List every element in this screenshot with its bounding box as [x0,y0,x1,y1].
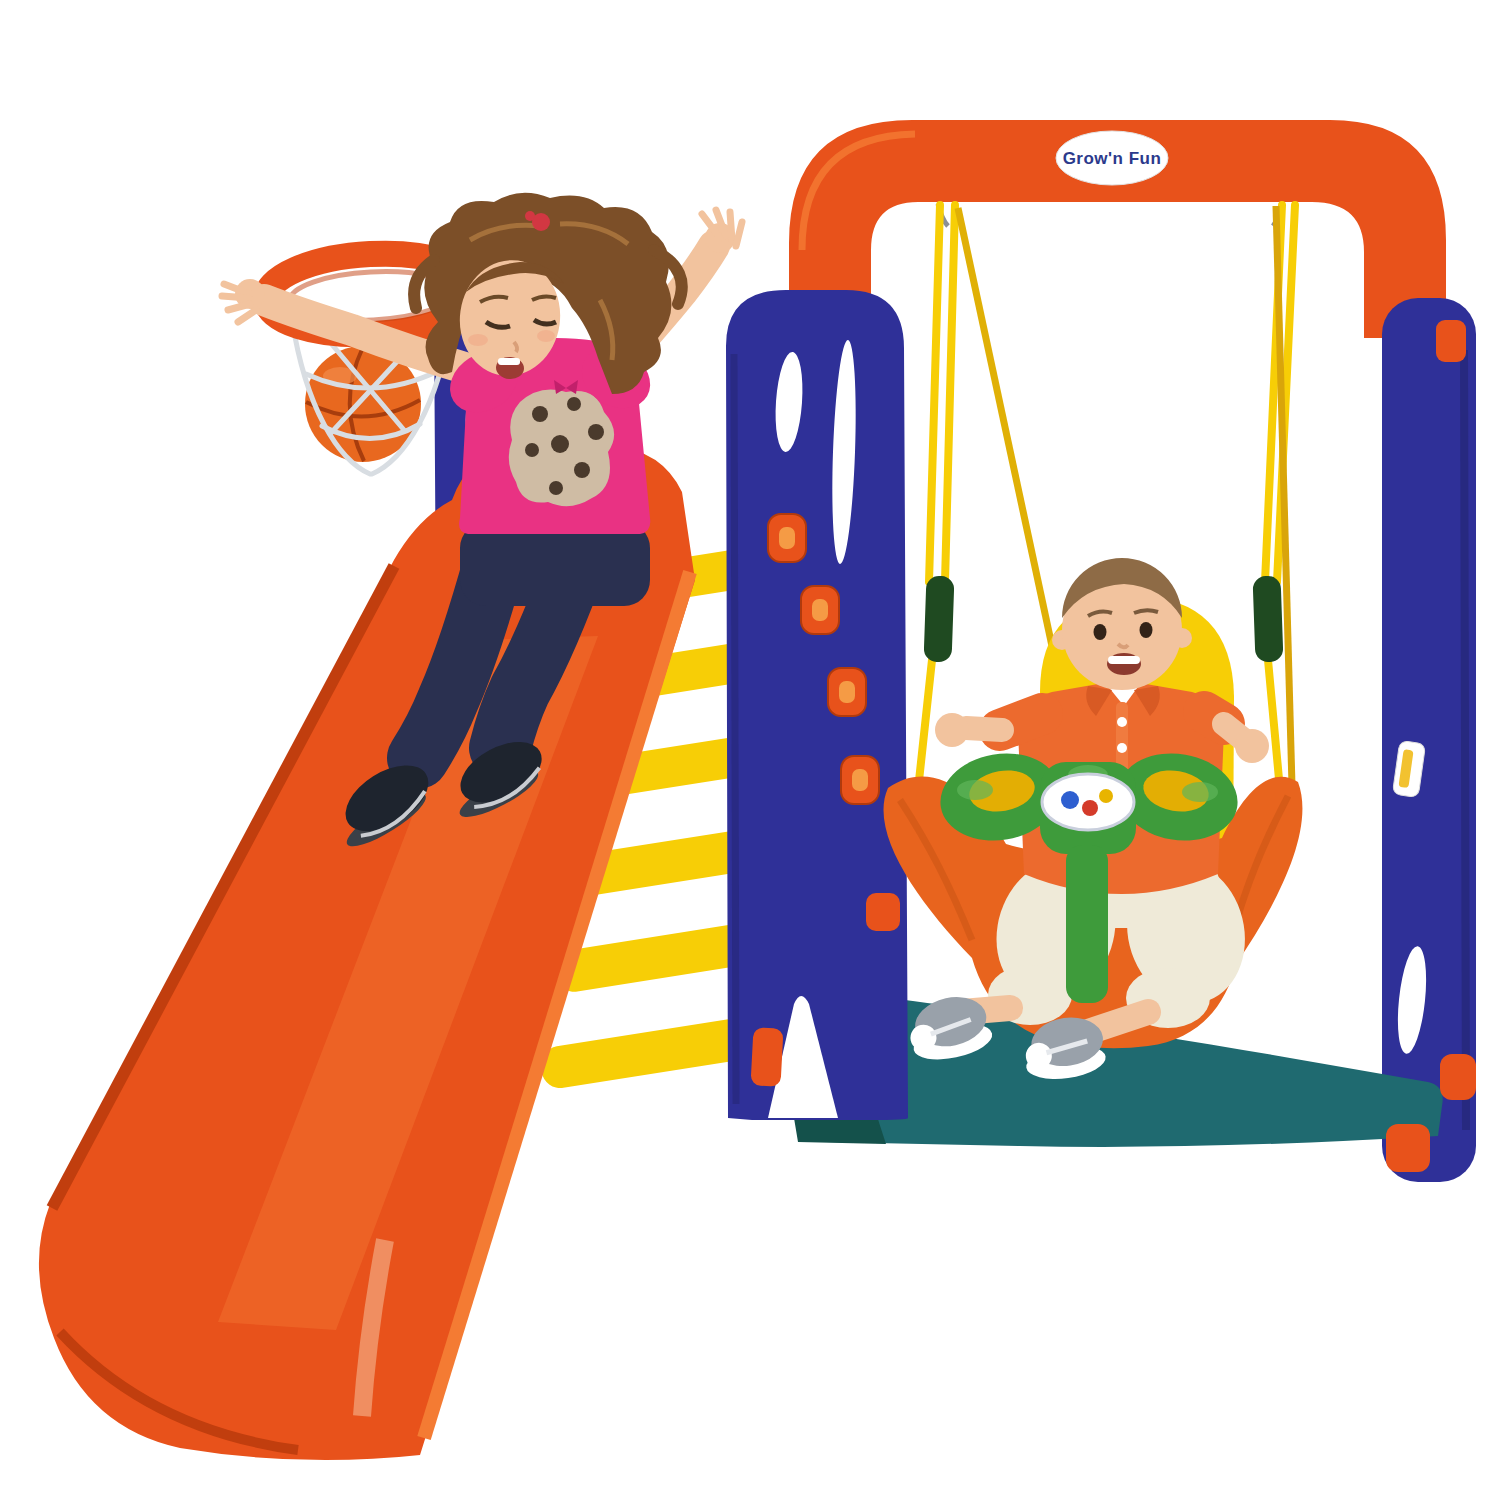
playset-illustration: Grow'n Fun [0,0,1500,1500]
finger [228,304,250,310]
right-post [1382,298,1476,1182]
post-foot [1440,1054,1476,1100]
toddler-eye [1140,622,1153,638]
bar-highlight [957,780,993,800]
print-spot [525,443,539,457]
toddler-hand [1235,729,1269,763]
print-spot [567,397,581,411]
post-foot [1386,1124,1430,1172]
swing-rope [929,205,940,582]
swing-rope [918,660,932,790]
brand-logo-text: Grow'n Fun [1063,149,1162,168]
swing-rope [1268,660,1280,790]
girl-cheek [537,330,555,342]
toddler-teeth [1108,656,1140,664]
tower-panel [726,290,908,1120]
girl-jeans-hips [460,522,650,606]
tower-foot [751,1027,784,1086]
finger [730,212,732,240]
finger [222,296,248,298]
playset-product-photo: Grow'n Fun [0,0,1500,1500]
girl-teeth [498,358,520,365]
knob-highlight [779,527,795,549]
medallion-ball [1082,800,1098,816]
toddler-eye [1094,624,1107,640]
tower-foot [866,893,900,931]
knob-highlight [812,599,828,621]
climbing-tower [726,290,908,1120]
finger [238,310,256,322]
swing-rope [945,205,955,582]
rope-grip [1253,576,1284,663]
hair-tie [525,211,535,221]
print-spot [574,462,590,478]
knob-highlight [839,681,855,703]
toddler-forearm [966,728,1002,730]
print-spot [588,424,604,440]
ladder-rung [538,1015,760,1091]
rope-grip [924,576,955,663]
medallion-ball [1061,791,1079,809]
print-spot [549,481,563,495]
print-spot [532,406,548,422]
toddler-hand [935,713,969,747]
girl-cheek [468,334,488,346]
safety-bar-post [1066,845,1108,1003]
medallion-ball [1099,789,1113,803]
tower-shading [734,354,736,1104]
post-shading [1464,350,1466,1130]
shirt-button [1117,743,1127,753]
bar-highlight [1182,782,1218,802]
shirt-button [1117,717,1127,727]
knob-highlight [852,769,868,791]
finger [736,222,742,246]
print-spot [551,435,569,453]
post-cap [1436,320,1466,362]
